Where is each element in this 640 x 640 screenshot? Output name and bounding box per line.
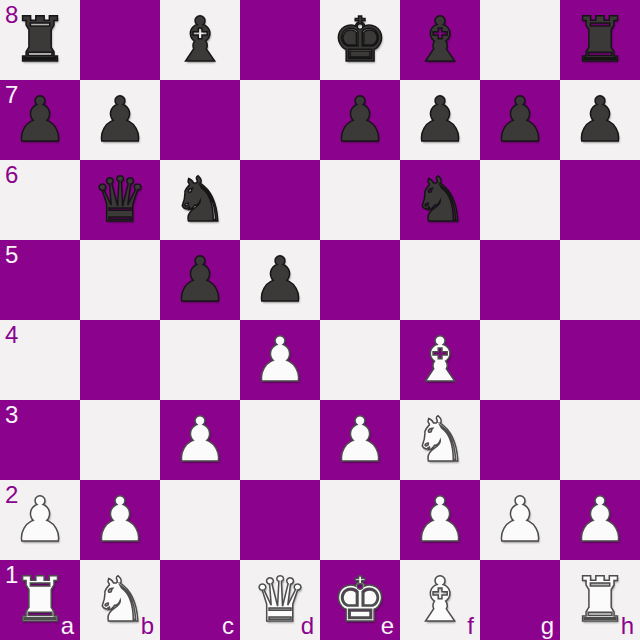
white-queen-piece[interactable]: ♛ bbox=[240, 560, 320, 640]
black-rook-piece[interactable]: ♜ bbox=[0, 0, 80, 80]
square-f1[interactable]: ♝f bbox=[400, 560, 480, 640]
square-c7[interactable] bbox=[160, 80, 240, 160]
black-knight-piece[interactable]: ♞ bbox=[400, 160, 480, 240]
square-g3[interactable] bbox=[480, 400, 560, 480]
square-c4[interactable] bbox=[160, 320, 240, 400]
square-c6[interactable]: ♞ bbox=[160, 160, 240, 240]
square-a8[interactable]: ♜8 bbox=[0, 0, 80, 80]
square-d7[interactable] bbox=[240, 80, 320, 160]
square-a1[interactable]: ♜1a bbox=[0, 560, 80, 640]
black-pawn-piece[interactable]: ♟ bbox=[320, 80, 400, 160]
square-e5[interactable] bbox=[320, 240, 400, 320]
square-e8[interactable]: ♚ bbox=[320, 0, 400, 80]
file-label-g: g bbox=[541, 614, 554, 638]
square-h3[interactable] bbox=[560, 400, 640, 480]
square-f5[interactable] bbox=[400, 240, 480, 320]
square-b1[interactable]: ♞b bbox=[80, 560, 160, 640]
square-e3[interactable]: ♟ bbox=[320, 400, 400, 480]
square-c8[interactable]: ♝ bbox=[160, 0, 240, 80]
black-pawn-piece[interactable]: ♟ bbox=[560, 80, 640, 160]
square-b8[interactable] bbox=[80, 0, 160, 80]
white-rook-piece[interactable]: ♜ bbox=[560, 560, 640, 640]
square-g6[interactable] bbox=[480, 160, 560, 240]
white-knight-piece[interactable]: ♞ bbox=[400, 400, 480, 480]
black-queen-piece[interactable]: ♛ bbox=[80, 160, 160, 240]
square-b3[interactable] bbox=[80, 400, 160, 480]
square-b6[interactable]: ♛ bbox=[80, 160, 160, 240]
square-b4[interactable] bbox=[80, 320, 160, 400]
white-pawn-piece[interactable]: ♟ bbox=[80, 480, 160, 560]
square-a3[interactable]: 3 bbox=[0, 400, 80, 480]
square-e1[interactable]: ♚e bbox=[320, 560, 400, 640]
black-pawn-piece[interactable]: ♟ bbox=[80, 80, 160, 160]
white-bishop-piece[interactable]: ♝ bbox=[400, 320, 480, 400]
square-g2[interactable]: ♟ bbox=[480, 480, 560, 560]
rank-label-5: 5 bbox=[5, 243, 18, 267]
black-pawn-piece[interactable]: ♟ bbox=[240, 240, 320, 320]
white-king-piece[interactable]: ♚ bbox=[320, 560, 400, 640]
square-d1[interactable]: ♛d bbox=[240, 560, 320, 640]
black-bishop-piece[interactable]: ♝ bbox=[400, 0, 480, 80]
square-a5[interactable]: 5 bbox=[0, 240, 80, 320]
black-knight-piece[interactable]: ♞ bbox=[160, 160, 240, 240]
square-e6[interactable] bbox=[320, 160, 400, 240]
black-pawn-piece[interactable]: ♟ bbox=[480, 80, 560, 160]
white-pawn-piece[interactable]: ♟ bbox=[160, 400, 240, 480]
rank-label-3: 3 bbox=[5, 403, 18, 427]
square-h8[interactable]: ♜ bbox=[560, 0, 640, 80]
square-c1[interactable]: c bbox=[160, 560, 240, 640]
square-f4[interactable]: ♝ bbox=[400, 320, 480, 400]
square-c3[interactable]: ♟ bbox=[160, 400, 240, 480]
square-h6[interactable] bbox=[560, 160, 640, 240]
square-g5[interactable] bbox=[480, 240, 560, 320]
square-g8[interactable] bbox=[480, 0, 560, 80]
chess-board: ♜8♝♚♝♜♟7♟♟♟♟♟6♛♞♞5♟♟4♟♝3♟♟♞♟2♟♟♟♟♜1a♞bc♛… bbox=[0, 0, 640, 640]
square-a4[interactable]: 4 bbox=[0, 320, 80, 400]
square-d6[interactable] bbox=[240, 160, 320, 240]
square-d4[interactable]: ♟ bbox=[240, 320, 320, 400]
square-h7[interactable]: ♟ bbox=[560, 80, 640, 160]
square-h2[interactable]: ♟ bbox=[560, 480, 640, 560]
white-bishop-piece[interactable]: ♝ bbox=[400, 560, 480, 640]
white-pawn-piece[interactable]: ♟ bbox=[0, 480, 80, 560]
file-label-c: c bbox=[222, 614, 234, 638]
square-g1[interactable]: g bbox=[480, 560, 560, 640]
square-b2[interactable]: ♟ bbox=[80, 480, 160, 560]
rank-label-4: 4 bbox=[5, 323, 18, 347]
square-a6[interactable]: 6 bbox=[0, 160, 80, 240]
black-pawn-piece[interactable]: ♟ bbox=[400, 80, 480, 160]
square-f8[interactable]: ♝ bbox=[400, 0, 480, 80]
black-pawn-piece[interactable]: ♟ bbox=[160, 240, 240, 320]
square-f7[interactable]: ♟ bbox=[400, 80, 480, 160]
black-bishop-piece[interactable]: ♝ bbox=[160, 0, 240, 80]
square-e4[interactable] bbox=[320, 320, 400, 400]
white-pawn-piece[interactable]: ♟ bbox=[560, 480, 640, 560]
square-e7[interactable]: ♟ bbox=[320, 80, 400, 160]
black-rook-piece[interactable]: ♜ bbox=[560, 0, 640, 80]
square-d2[interactable] bbox=[240, 480, 320, 560]
black-pawn-piece[interactable]: ♟ bbox=[0, 80, 80, 160]
square-d5[interactable]: ♟ bbox=[240, 240, 320, 320]
square-d3[interactable] bbox=[240, 400, 320, 480]
square-a7[interactable]: ♟7 bbox=[0, 80, 80, 160]
square-c2[interactable] bbox=[160, 480, 240, 560]
white-rook-piece[interactable]: ♜ bbox=[0, 560, 80, 640]
square-f6[interactable]: ♞ bbox=[400, 160, 480, 240]
white-pawn-piece[interactable]: ♟ bbox=[320, 400, 400, 480]
square-d8[interactable] bbox=[240, 0, 320, 80]
white-knight-piece[interactable]: ♞ bbox=[80, 560, 160, 640]
square-h5[interactable] bbox=[560, 240, 640, 320]
square-c5[interactable]: ♟ bbox=[160, 240, 240, 320]
square-b7[interactable]: ♟ bbox=[80, 80, 160, 160]
white-pawn-piece[interactable]: ♟ bbox=[400, 480, 480, 560]
square-a2[interactable]: ♟2 bbox=[0, 480, 80, 560]
rank-label-6: 6 bbox=[5, 163, 18, 187]
square-f2[interactable]: ♟ bbox=[400, 480, 480, 560]
square-g7[interactable]: ♟ bbox=[480, 80, 560, 160]
square-b5[interactable] bbox=[80, 240, 160, 320]
square-h1[interactable]: ♜h bbox=[560, 560, 640, 640]
square-g4[interactable] bbox=[480, 320, 560, 400]
square-e2[interactable] bbox=[320, 480, 400, 560]
square-h4[interactable] bbox=[560, 320, 640, 400]
white-pawn-piece[interactable]: ♟ bbox=[480, 480, 560, 560]
black-king-piece[interactable]: ♚ bbox=[320, 0, 400, 80]
white-pawn-piece[interactable]: ♟ bbox=[240, 320, 320, 400]
square-f3[interactable]: ♞ bbox=[400, 400, 480, 480]
